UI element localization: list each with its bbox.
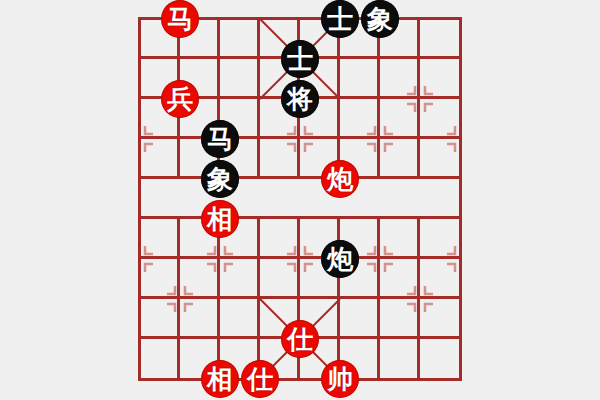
pieces-layer: 马士象士兵将马象炮相炮仕相仕帅	[140, 19, 460, 379]
piece-black-advisor[interactable]: 士	[281, 40, 319, 78]
board-stage: 马士象士兵将马象炮相炮仕相仕帅	[0, 0, 600, 400]
piece-red-cannon[interactable]: 炮	[321, 160, 359, 198]
piece-black-advisor[interactable]: 士	[321, 0, 359, 38]
piece-black-general[interactable]: 将	[281, 80, 319, 118]
piece-black-horse[interactable]: 马	[201, 120, 239, 158]
piece-red-soldier[interactable]: 兵	[161, 80, 199, 118]
piece-red-advisor[interactable]: 仕	[241, 360, 279, 398]
piece-red-advisor[interactable]: 仕	[281, 320, 319, 358]
piece-red-general[interactable]: 帅	[321, 360, 359, 398]
xiangqi-board[interactable]: 马士象士兵将马象炮相炮仕相仕帅	[140, 19, 460, 379]
piece-red-elephant[interactable]: 相	[201, 360, 239, 398]
piece-black-elephant[interactable]: 象	[361, 0, 399, 38]
piece-red-elephant[interactable]: 相	[201, 200, 239, 238]
piece-red-horse[interactable]: 马	[161, 0, 199, 38]
piece-black-elephant[interactable]: 象	[201, 160, 239, 198]
piece-black-cannon[interactable]: 炮	[321, 240, 359, 278]
